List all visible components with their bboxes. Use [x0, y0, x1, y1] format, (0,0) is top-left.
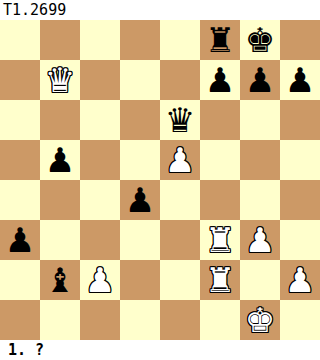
square-g1[interactable]: ♚: [240, 300, 280, 340]
square-h7[interactable]: ♟: [280, 60, 320, 100]
square-b4[interactable]: [40, 180, 80, 220]
black-pawn-piece: ♟: [205, 60, 235, 100]
move-prompt: 1. ?: [0, 340, 320, 360]
square-f1[interactable]: [200, 300, 240, 340]
square-f4[interactable]: [200, 180, 240, 220]
square-h5[interactable]: [280, 140, 320, 180]
square-g8[interactable]: ♚: [240, 20, 280, 60]
square-d1[interactable]: [120, 300, 160, 340]
square-g2[interactable]: [240, 260, 280, 300]
square-b1[interactable]: [40, 300, 80, 340]
square-c8[interactable]: [80, 20, 120, 60]
square-d5[interactable]: [120, 140, 160, 180]
black-pawn-piece: ♟: [5, 220, 35, 260]
square-d2[interactable]: [120, 260, 160, 300]
square-h2[interactable]: ♟: [280, 260, 320, 300]
black-rook-piece: ♜: [205, 20, 235, 60]
square-e1[interactable]: [160, 300, 200, 340]
white-queen-piece: ♛: [45, 60, 75, 100]
square-h6[interactable]: [280, 100, 320, 140]
square-c7[interactable]: [80, 60, 120, 100]
square-c2[interactable]: ♟: [80, 260, 120, 300]
square-b2[interactable]: ♝: [40, 260, 80, 300]
square-a4[interactable]: [0, 180, 40, 220]
square-c4[interactable]: [80, 180, 120, 220]
square-c5[interactable]: [80, 140, 120, 180]
square-e8[interactable]: [160, 20, 200, 60]
square-e4[interactable]: [160, 180, 200, 220]
square-h4[interactable]: [280, 180, 320, 220]
square-a3[interactable]: ♟: [0, 220, 40, 260]
black-bishop-piece: ♝: [45, 260, 75, 300]
square-b6[interactable]: [40, 100, 80, 140]
white-king-piece: ♚: [245, 300, 275, 340]
puzzle-title: T1.2699: [0, 0, 320, 20]
square-h8[interactable]: [280, 20, 320, 60]
square-a7[interactable]: [0, 60, 40, 100]
white-pawn-piece: ♟: [245, 220, 275, 260]
black-pawn-piece: ♟: [125, 180, 155, 220]
square-a2[interactable]: [0, 260, 40, 300]
square-a8[interactable]: [0, 20, 40, 60]
white-pawn-piece: ♟: [285, 260, 315, 300]
square-f2[interactable]: ♜: [200, 260, 240, 300]
square-f6[interactable]: [200, 100, 240, 140]
square-a5[interactable]: [0, 140, 40, 180]
square-f3[interactable]: ♜: [200, 220, 240, 260]
square-b8[interactable]: [40, 20, 80, 60]
black-pawn-piece: ♟: [245, 60, 275, 100]
square-g5[interactable]: [240, 140, 280, 180]
square-a6[interactable]: [0, 100, 40, 140]
square-d8[interactable]: [120, 20, 160, 60]
white-rook-piece: ♜: [205, 220, 235, 260]
square-d3[interactable]: [120, 220, 160, 260]
square-f5[interactable]: [200, 140, 240, 180]
square-h3[interactable]: [280, 220, 320, 260]
white-rook-piece: ♜: [205, 260, 235, 300]
square-d7[interactable]: [120, 60, 160, 100]
square-d4[interactable]: ♟: [120, 180, 160, 220]
square-b5[interactable]: ♟: [40, 140, 80, 180]
square-g7[interactable]: ♟: [240, 60, 280, 100]
square-d6[interactable]: [120, 100, 160, 140]
square-e5[interactable]: ♟: [160, 140, 200, 180]
square-c1[interactable]: [80, 300, 120, 340]
black-pawn-piece: ♟: [45, 140, 75, 180]
square-g3[interactable]: ♟: [240, 220, 280, 260]
square-b7[interactable]: ♛: [40, 60, 80, 100]
black-king-piece: ♚: [245, 20, 275, 60]
square-a1[interactable]: [0, 300, 40, 340]
chess-board: ♜♚♛♟♟♟♛♟♟♟♟♜♟♝♟♜♟♚: [0, 20, 320, 340]
white-pawn-piece: ♟: [85, 260, 115, 300]
black-queen-piece: ♛: [165, 100, 195, 140]
square-e3[interactable]: [160, 220, 200, 260]
square-e7[interactable]: [160, 60, 200, 100]
square-c6[interactable]: [80, 100, 120, 140]
square-e6[interactable]: ♛: [160, 100, 200, 140]
square-h1[interactable]: [280, 300, 320, 340]
square-g6[interactable]: [240, 100, 280, 140]
square-e2[interactable]: [160, 260, 200, 300]
square-b3[interactable]: [40, 220, 80, 260]
black-pawn-piece: ♟: [285, 60, 315, 100]
square-f7[interactable]: ♟: [200, 60, 240, 100]
square-f8[interactable]: ♜: [200, 20, 240, 60]
white-pawn-piece: ♟: [165, 140, 195, 180]
square-c3[interactable]: [80, 220, 120, 260]
square-g4[interactable]: [240, 180, 280, 220]
